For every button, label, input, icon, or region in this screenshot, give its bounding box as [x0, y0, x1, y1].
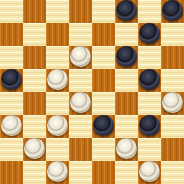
white-man-piece[interactable]	[47, 161, 68, 182]
black-man-piece[interactable]	[1, 69, 22, 90]
light-square	[92, 92, 115, 115]
white-man-piece[interactable]	[116, 138, 137, 159]
dark-square[interactable]	[161, 0, 184, 23]
dark-square[interactable]	[115, 46, 138, 69]
dark-square[interactable]	[138, 23, 161, 46]
checkers-app-window	[0, 0, 184, 184]
light-square	[161, 161, 184, 184]
dark-square[interactable]	[115, 92, 138, 115]
dark-square[interactable]	[23, 0, 46, 23]
light-square	[23, 161, 46, 184]
light-square	[46, 0, 69, 23]
black-man-piece[interactable]	[139, 23, 160, 44]
white-man-piece[interactable]	[162, 92, 183, 113]
light-square	[115, 161, 138, 184]
black-man-piece[interactable]	[139, 69, 160, 90]
white-man-piece[interactable]	[139, 161, 160, 182]
light-square	[138, 0, 161, 23]
dark-square[interactable]	[115, 0, 138, 23]
light-square	[23, 115, 46, 138]
dark-square[interactable]	[115, 138, 138, 161]
dark-square[interactable]	[69, 0, 92, 23]
dark-square[interactable]	[0, 23, 23, 46]
dark-square[interactable]	[46, 115, 69, 138]
dark-square[interactable]	[23, 46, 46, 69]
light-square	[115, 115, 138, 138]
dark-square[interactable]	[23, 138, 46, 161]
light-square	[115, 69, 138, 92]
dark-square[interactable]	[69, 46, 92, 69]
dark-square[interactable]	[138, 161, 161, 184]
white-man-piece[interactable]	[24, 138, 45, 159]
dark-square[interactable]	[46, 69, 69, 92]
dark-square[interactable]	[138, 115, 161, 138]
white-man-piece[interactable]	[70, 46, 91, 67]
light-square	[69, 115, 92, 138]
white-man-piece[interactable]	[47, 115, 68, 136]
dark-square[interactable]	[161, 46, 184, 69]
light-square	[0, 138, 23, 161]
black-man-piece[interactable]	[139, 115, 160, 136]
dark-square[interactable]	[69, 92, 92, 115]
black-man-piece[interactable]	[162, 0, 183, 21]
dark-square[interactable]	[23, 92, 46, 115]
light-square	[69, 69, 92, 92]
light-square	[0, 92, 23, 115]
dark-square[interactable]	[46, 23, 69, 46]
light-square	[161, 69, 184, 92]
light-square	[46, 138, 69, 161]
checkers-board	[0, 0, 184, 184]
light-square	[138, 46, 161, 69]
light-square	[0, 0, 23, 23]
light-square	[161, 115, 184, 138]
light-square	[138, 138, 161, 161]
light-square	[69, 23, 92, 46]
light-square	[92, 138, 115, 161]
dark-square[interactable]	[92, 115, 115, 138]
white-man-piece[interactable]	[47, 69, 68, 90]
dark-square[interactable]	[138, 69, 161, 92]
light-square	[0, 46, 23, 69]
light-square	[138, 92, 161, 115]
light-square	[46, 46, 69, 69]
dark-square[interactable]	[0, 115, 23, 138]
dark-square[interactable]	[92, 69, 115, 92]
light-square	[161, 23, 184, 46]
light-square	[92, 0, 115, 23]
light-square	[92, 46, 115, 69]
dark-square[interactable]	[92, 23, 115, 46]
black-man-piece[interactable]	[116, 0, 137, 21]
dark-square[interactable]	[161, 92, 184, 115]
white-man-piece[interactable]	[1, 115, 22, 136]
light-square	[23, 23, 46, 46]
dark-square[interactable]	[0, 69, 23, 92]
black-man-piece[interactable]	[116, 46, 137, 67]
light-square	[115, 23, 138, 46]
dark-square[interactable]	[0, 161, 23, 184]
light-square	[23, 69, 46, 92]
white-man-piece[interactable]	[70, 92, 91, 113]
dark-square[interactable]	[69, 138, 92, 161]
light-square	[46, 92, 69, 115]
black-man-piece[interactable]	[93, 115, 114, 136]
dark-square[interactable]	[161, 138, 184, 161]
light-square	[69, 161, 92, 184]
dark-square[interactable]	[46, 161, 69, 184]
dark-square[interactable]	[92, 161, 115, 184]
